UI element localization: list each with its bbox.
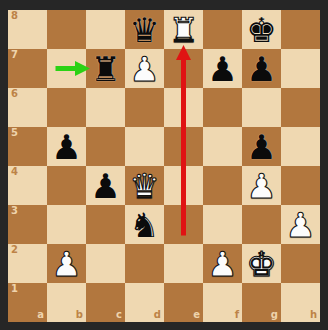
square-h6[interactable] (281, 88, 320, 127)
chessboard-screenshot: { "game": "chess", "position": { "fen": … (0, 0, 328, 330)
square-g3[interactable] (242, 205, 281, 244)
square-h2[interactable] (281, 244, 320, 283)
black-king-g8[interactable]: ♚ (242, 10, 281, 49)
rank-label-1: 1 (11, 284, 18, 294)
square-e7[interactable] (164, 49, 203, 88)
square-d5[interactable] (125, 127, 164, 166)
white-pawn-d7[interactable]: ♟ (125, 49, 164, 88)
square-e4[interactable] (164, 166, 203, 205)
square-c2[interactable] (86, 244, 125, 283)
white-queen-d4[interactable]: ♛ (125, 166, 164, 205)
square-a6[interactable]: 6 (8, 88, 47, 127)
square-d2[interactable] (125, 244, 164, 283)
square-f2[interactable]: ♟ (203, 244, 242, 283)
square-g7[interactable]: ♟ (242, 49, 281, 88)
square-e6[interactable] (164, 88, 203, 127)
square-f7[interactable]: ♟ (203, 49, 242, 88)
square-b5[interactable]: ♟ (47, 127, 86, 166)
file-label-e: e (193, 310, 200, 320)
square-b4[interactable] (47, 166, 86, 205)
white-pawn-f2[interactable]: ♟ (203, 244, 242, 283)
rank-label-7: 7 (11, 50, 18, 60)
rank-label-2: 2 (11, 245, 18, 255)
black-knight-d3[interactable]: ♞ (125, 205, 164, 244)
square-f1[interactable]: f (203, 283, 242, 322)
square-f8[interactable] (203, 10, 242, 49)
black-queen-d8[interactable]: ♛ (125, 10, 164, 49)
square-a7[interactable]: 7 (8, 49, 47, 88)
square-c5[interactable] (86, 127, 125, 166)
rank-label-8: 8 (11, 11, 18, 21)
square-c8[interactable] (86, 10, 125, 49)
square-b8[interactable] (47, 10, 86, 49)
square-e3[interactable] (164, 205, 203, 244)
square-e5[interactable] (164, 127, 203, 166)
black-pawn-g5[interactable]: ♟ (242, 127, 281, 166)
file-label-b: b (76, 310, 83, 320)
square-e8[interactable]: ♜ (164, 10, 203, 49)
file-label-c: c (116, 310, 122, 320)
file-label-h: h (310, 310, 317, 320)
square-a8[interactable]: 8 (8, 10, 47, 49)
white-pawn-h3[interactable]: ♟ (281, 205, 320, 244)
chess-board: 8♛♜♚7♜♟♟♟65♟♟4♟♛♟3♞♟2♟♟♚1abcdefgh (8, 10, 320, 322)
black-pawn-c4[interactable]: ♟ (86, 166, 125, 205)
file-label-g: g (271, 310, 278, 320)
square-g6[interactable] (242, 88, 281, 127)
white-pawn-g4[interactable]: ♟ (242, 166, 281, 205)
black-rook-c7[interactable]: ♜ (86, 49, 125, 88)
square-b6[interactable] (47, 88, 86, 127)
square-f4[interactable] (203, 166, 242, 205)
square-a1[interactable]: 1a (8, 283, 47, 322)
square-h7[interactable] (281, 49, 320, 88)
white-pawn-b2[interactable]: ♟ (47, 244, 86, 283)
square-a4[interactable]: 4 (8, 166, 47, 205)
square-d6[interactable] (125, 88, 164, 127)
square-a5[interactable]: 5 (8, 127, 47, 166)
square-a3[interactable]: 3 (8, 205, 47, 244)
square-f3[interactable] (203, 205, 242, 244)
square-b1[interactable]: b (47, 283, 86, 322)
rank-label-6: 6 (11, 89, 18, 99)
square-g4[interactable]: ♟ (242, 166, 281, 205)
square-d1[interactable]: d (125, 283, 164, 322)
square-h1[interactable]: h (281, 283, 320, 322)
black-pawn-f7[interactable]: ♟ (203, 49, 242, 88)
square-c1[interactable]: c (86, 283, 125, 322)
rank-label-3: 3 (11, 206, 18, 216)
square-c3[interactable] (86, 205, 125, 244)
square-d3[interactable]: ♞ (125, 205, 164, 244)
square-b7[interactable] (47, 49, 86, 88)
square-c4[interactable]: ♟ (86, 166, 125, 205)
white-rook-e8[interactable]: ♜ (164, 10, 203, 49)
square-g8[interactable]: ♚ (242, 10, 281, 49)
square-g5[interactable]: ♟ (242, 127, 281, 166)
square-d4[interactable]: ♛ (125, 166, 164, 205)
square-e2[interactable] (164, 244, 203, 283)
black-pawn-b5[interactable]: ♟ (47, 127, 86, 166)
square-g1[interactable]: g (242, 283, 281, 322)
square-c6[interactable] (86, 88, 125, 127)
square-a2[interactable]: 2 (8, 244, 47, 283)
square-h3[interactable]: ♟ (281, 205, 320, 244)
square-d7[interactable]: ♟ (125, 49, 164, 88)
file-label-a: a (37, 310, 44, 320)
square-h8[interactable] (281, 10, 320, 49)
rank-label-5: 5 (11, 128, 18, 138)
black-pawn-g7[interactable]: ♟ (242, 49, 281, 88)
file-label-d: d (154, 310, 161, 320)
square-g2[interactable]: ♚ (242, 244, 281, 283)
rank-label-4: 4 (11, 167, 18, 177)
square-b3[interactable] (47, 205, 86, 244)
file-label-f: f (235, 310, 239, 320)
square-d8[interactable]: ♛ (125, 10, 164, 49)
square-h5[interactable] (281, 127, 320, 166)
square-b2[interactable]: ♟ (47, 244, 86, 283)
white-king-g2[interactable]: ♚ (242, 244, 281, 283)
square-e1[interactable]: e (164, 283, 203, 322)
square-f6[interactable] (203, 88, 242, 127)
square-f5[interactable] (203, 127, 242, 166)
square-c7[interactable]: ♜ (86, 49, 125, 88)
square-h4[interactable] (281, 166, 320, 205)
